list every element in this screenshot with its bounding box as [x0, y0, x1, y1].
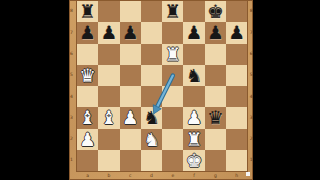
- square-b2[interactable]: [98, 129, 119, 150]
- piece-black-rook-e8: ♜: [165, 1, 182, 22]
- square-c6[interactable]: [120, 44, 141, 65]
- coord-label-6: 6: [70, 44, 73, 65]
- square-e8[interactable]: ♜: [162, 1, 183, 22]
- square-c1[interactable]: [120, 150, 141, 171]
- square-h5[interactable]: [226, 65, 247, 86]
- square-e1[interactable]: [162, 150, 183, 171]
- square-c8[interactable]: [120, 1, 141, 22]
- rank-labels-right: 87654321: [250, 1, 253, 171]
- coord-label-3: 3: [250, 107, 253, 128]
- square-g7[interactable]: ♟: [205, 22, 226, 43]
- square-b7[interactable]: ♟: [98, 22, 119, 43]
- square-b5[interactable]: [98, 65, 119, 86]
- square-e5[interactable]: [162, 65, 183, 86]
- square-c7[interactable]: ♟: [120, 22, 141, 43]
- coord-label-3: 3: [70, 107, 73, 128]
- coord-label-5: 5: [250, 65, 253, 86]
- square-c3[interactable]: ♟: [120, 107, 141, 128]
- piece-black-rook-a8: ♜: [79, 1, 96, 22]
- square-a7[interactable]: ♟: [77, 22, 98, 43]
- square-e6[interactable]: ♜: [162, 44, 183, 65]
- square-d1[interactable]: [141, 150, 162, 171]
- coord-label-6: 6: [250, 44, 253, 65]
- square-c4[interactable]: [120, 86, 141, 107]
- square-h2[interactable]: [226, 129, 247, 150]
- square-h3[interactable]: [226, 107, 247, 128]
- square-e2[interactable]: [162, 129, 183, 150]
- board-grid: ♜♜♚♟♟♟♟♟♟♜♛♞♝♝♟♞♟♛♟♞♜♚: [77, 1, 247, 171]
- coord-label-4: 4: [70, 86, 73, 107]
- coord-label-1: 1: [250, 150, 253, 171]
- coord-label-a: a: [77, 174, 98, 179]
- piece-white-pawn-f3: ♟: [186, 107, 203, 128]
- piece-white-king-f1: ♚: [186, 150, 203, 171]
- piece-black-queen-g3: ♛: [207, 107, 224, 128]
- square-h4[interactable]: [226, 86, 247, 107]
- coord-label-h: h: [226, 174, 247, 179]
- rank-labels-left: 87654321: [70, 1, 73, 171]
- square-d2[interactable]: ♞: [141, 129, 162, 150]
- coord-label-7: 7: [250, 22, 253, 43]
- square-a6[interactable]: [77, 44, 98, 65]
- square-d3[interactable]: ♞: [141, 107, 162, 128]
- piece-black-pawn-h7: ♟: [228, 22, 245, 43]
- piece-black-pawn-b7: ♟: [101, 22, 118, 43]
- piece-black-pawn-a7: ♟: [79, 22, 96, 43]
- square-f2[interactable]: ♜: [183, 129, 204, 150]
- piece-white-bishop-a3: ♝: [79, 107, 96, 128]
- coord-label-8: 8: [70, 1, 73, 22]
- square-f3[interactable]: ♟: [183, 107, 204, 128]
- piece-black-king-g8: ♚: [207, 1, 224, 22]
- piece-white-bishop-b3: ♝: [101, 107, 118, 128]
- coord-label-4: 4: [250, 86, 253, 107]
- square-b4[interactable]: [98, 86, 119, 107]
- square-g3[interactable]: ♛: [205, 107, 226, 128]
- square-h7[interactable]: ♟: [226, 22, 247, 43]
- square-d5[interactable]: [141, 65, 162, 86]
- coord-label-e: e: [162, 174, 183, 179]
- piece-white-rook-f2: ♜: [186, 129, 203, 150]
- square-b1[interactable]: [98, 150, 119, 171]
- coord-label-2: 2: [70, 129, 73, 150]
- square-h6[interactable]: [226, 44, 247, 65]
- piece-black-pawn-g7: ♟: [207, 22, 224, 43]
- square-f5[interactable]: ♞: [183, 65, 204, 86]
- square-a3[interactable]: ♝: [77, 107, 98, 128]
- square-a4[interactable]: [77, 86, 98, 107]
- square-d7[interactable]: [141, 22, 162, 43]
- piece-black-knight-f5: ♞: [186, 65, 203, 86]
- square-g2[interactable]: [205, 129, 226, 150]
- square-d8[interactable]: [141, 1, 162, 22]
- coord-label-c: c: [120, 174, 141, 179]
- square-b6[interactable]: [98, 44, 119, 65]
- square-a2[interactable]: ♟: [77, 129, 98, 150]
- square-f4[interactable]: [183, 86, 204, 107]
- square-d4[interactable]: [141, 86, 162, 107]
- square-b3[interactable]: ♝: [98, 107, 119, 128]
- chess-board: abcdefgh abcdefgh 87654321 87654321 ♜♜♚♟…: [69, 0, 253, 180]
- square-a5[interactable]: ♛: [77, 65, 98, 86]
- coord-label-d: d: [141, 174, 162, 179]
- app-background: abcdefgh abcdefgh 87654321 87654321 ♜♜♚♟…: [0, 0, 320, 180]
- coord-label-b: b: [98, 174, 119, 179]
- coord-label-2: 2: [250, 129, 253, 150]
- piece-white-queen-a5: ♛: [79, 65, 96, 86]
- square-h1[interactable]: [226, 150, 247, 171]
- square-g5[interactable]: [205, 65, 226, 86]
- piece-black-pawn-c7: ♟: [122, 22, 139, 43]
- square-g4[interactable]: [205, 86, 226, 107]
- square-e7[interactable]: [162, 22, 183, 43]
- square-g1[interactable]: [205, 150, 226, 171]
- square-e4[interactable]: [162, 86, 183, 107]
- square-c5[interactable]: [120, 65, 141, 86]
- coord-label-g: g: [205, 174, 226, 179]
- piece-white-knight-d2: ♞: [143, 129, 160, 150]
- square-g6[interactable]: [205, 44, 226, 65]
- square-f1[interactable]: ♚: [183, 150, 204, 171]
- piece-white-pawn-a2: ♟: [79, 129, 96, 150]
- square-d6[interactable]: [141, 44, 162, 65]
- file-labels-bottom: abcdefgh: [77, 174, 247, 179]
- square-f7[interactable]: ♟: [183, 22, 204, 43]
- piece-white-rook-e6: ♜: [165, 44, 182, 65]
- square-h8[interactable]: [226, 1, 247, 22]
- coord-label-7: 7: [70, 22, 73, 43]
- square-c2[interactable]: [120, 129, 141, 150]
- coord-label-8: 8: [250, 1, 253, 22]
- coord-label-f: f: [183, 174, 204, 179]
- coord-label-1: 1: [70, 150, 73, 171]
- piece-black-pawn-f7: ♟: [186, 22, 203, 43]
- corner-dot: [246, 172, 250, 176]
- square-a8[interactable]: ♜: [77, 1, 98, 22]
- square-e3[interactable]: [162, 107, 183, 128]
- square-f6[interactable]: [183, 44, 204, 65]
- coord-label-5: 5: [70, 65, 73, 86]
- piece-white-pawn-c3: ♟: [122, 107, 139, 128]
- square-b8[interactable]: [98, 1, 119, 22]
- square-a1[interactable]: [77, 150, 98, 171]
- square-g8[interactable]: ♚: [205, 1, 226, 22]
- piece-black-knight-d3: ♞: [143, 107, 160, 128]
- square-f8[interactable]: [183, 1, 204, 22]
